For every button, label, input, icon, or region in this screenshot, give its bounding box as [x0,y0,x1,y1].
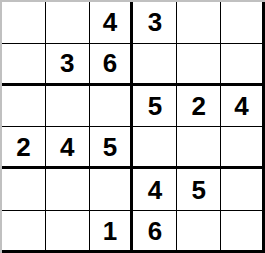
cell-r4c5[interactable] [177,127,221,169]
cell-r1c3[interactable]: 4 [90,2,134,44]
cell-r1c2[interactable] [46,2,90,44]
cell-r4c4[interactable] [133,127,177,169]
cell-r1c1[interactable] [2,2,46,44]
cell-r4c1[interactable]: 2 [2,127,46,169]
cell-r3c4[interactable]: 5 [133,86,177,128]
cell-r5c2[interactable] [46,169,90,211]
cell-r5c1[interactable] [2,169,46,211]
cell-r4c3[interactable]: 5 [90,127,134,169]
cell-r6c6[interactable] [221,211,265,253]
cell-r6c3[interactable]: 1 [90,211,134,253]
cell-r1c5[interactable] [177,2,221,44]
sudoku-board: 43365242454516 [0,0,265,253]
cell-r5c4[interactable]: 4 [133,169,177,211]
cell-r2c5[interactable] [177,44,221,86]
cell-r6c1[interactable] [2,211,46,253]
cell-r4c6[interactable] [221,127,265,169]
cell-r3c3[interactable] [90,86,134,128]
cell-r1c6[interactable] [221,2,265,44]
cell-r2c2[interactable]: 3 [46,44,90,86]
cell-r2c4[interactable] [133,44,177,86]
cell-r3c1[interactable] [2,86,46,128]
cell-r1c4[interactable]: 3 [133,2,177,44]
cell-r6c5[interactable] [177,211,221,253]
cell-r3c2[interactable] [46,86,90,128]
cell-r5c5[interactable]: 5 [177,169,221,211]
cell-r2c1[interactable] [2,44,46,86]
cell-r3c6[interactable]: 4 [221,86,265,128]
cell-r6c4[interactable]: 6 [133,211,177,253]
cell-r2c3[interactable]: 6 [90,44,134,86]
cell-r6c2[interactable] [46,211,90,253]
cell-r3c5[interactable]: 2 [177,86,221,128]
sudoku-grid: 43365242454516 [2,2,265,253]
cell-r5c6[interactable] [221,169,265,211]
cell-r5c3[interactable] [90,169,134,211]
cell-r2c6[interactable] [221,44,265,86]
cell-r4c2[interactable]: 4 [46,127,90,169]
